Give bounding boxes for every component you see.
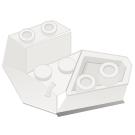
lego-part-image — [0, 0, 135, 135]
hollow-stud — [19, 29, 35, 44]
solid-stud — [34, 65, 52, 82]
brick-render — [0, 0, 135, 135]
hollow-stud — [41, 21, 57, 36]
hollow-stud — [99, 62, 119, 87]
